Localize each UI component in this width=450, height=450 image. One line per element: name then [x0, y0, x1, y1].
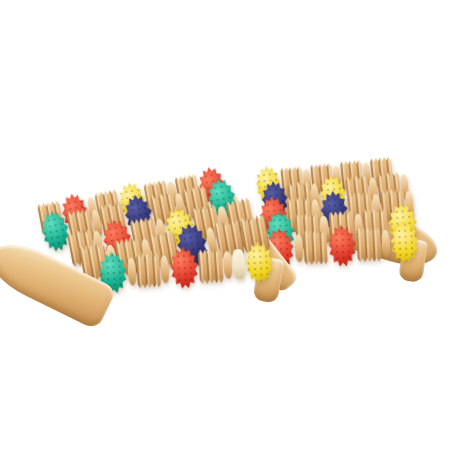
wood-gear-roller	[356, 226, 381, 263]
wood-disc-spacer	[222, 251, 232, 279]
cream-disc-spacer	[231, 249, 245, 280]
wood-gear-roller	[303, 229, 328, 266]
wood-disc-spacer	[381, 230, 391, 258]
wood-gear-roller	[198, 247, 224, 285]
wood-gear-roller	[136, 252, 162, 290]
roller-row-right-5	[266, 242, 418, 250]
product-photo	[0, 0, 450, 450]
